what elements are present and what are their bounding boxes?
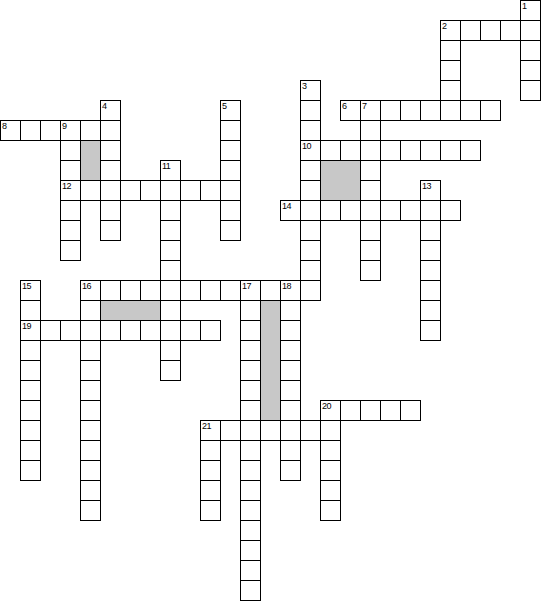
crossword-cell[interactable] — [300, 240, 321, 261]
crossword-cell[interactable] — [120, 280, 141, 301]
crossword-cell[interactable] — [20, 280, 41, 301]
crossword-cell[interactable] — [240, 380, 261, 401]
crossword-cell[interactable] — [20, 400, 41, 421]
crossword-cell[interactable] — [260, 420, 281, 441]
crossword-cell[interactable] — [140, 180, 161, 201]
crossword-cell[interactable] — [380, 140, 401, 161]
crossword-cell[interactable] — [340, 200, 361, 221]
crossword-cell[interactable] — [300, 260, 321, 281]
crossword-cell[interactable] — [280, 340, 301, 361]
crossword-cell[interactable] — [160, 200, 181, 221]
crossword-cell[interactable] — [420, 260, 441, 281]
crossword-cell[interactable] — [100, 140, 121, 161]
crossword-cell[interactable] — [160, 220, 181, 241]
crossword-cell[interactable] — [320, 200, 341, 221]
crossword-cell[interactable] — [340, 140, 361, 161]
crossword-cell[interactable] — [420, 100, 441, 121]
crossword-cell[interactable] — [240, 520, 261, 541]
crossword-cell[interactable] — [240, 560, 261, 581]
crossword-cell[interactable] — [80, 380, 101, 401]
crossword-cell[interactable] — [460, 140, 481, 161]
crossword-cell[interactable] — [300, 200, 321, 221]
crossword-cell[interactable] — [280, 380, 301, 401]
crossword-cell[interactable] — [100, 200, 121, 221]
crossword-cell[interactable] — [440, 40, 461, 61]
crossword-cell[interactable] — [280, 400, 301, 421]
crossword-cell[interactable] — [360, 120, 381, 141]
crossword-cell[interactable] — [80, 340, 101, 361]
crossword-cell[interactable] — [240, 300, 261, 321]
crossword-cell[interactable] — [380, 400, 401, 421]
crossword-cell[interactable] — [100, 100, 121, 121]
crossword-cell[interactable] — [200, 440, 221, 461]
crossword-cell[interactable] — [80, 480, 101, 501]
crossword-cell[interactable] — [160, 160, 181, 181]
shaded-cell-region[interactable] — [260, 300, 281, 421]
crossword-cell[interactable] — [520, 60, 541, 81]
crossword-cell[interactable] — [200, 320, 221, 341]
crossword-cell[interactable] — [260, 280, 281, 301]
crossword-cell[interactable] — [240, 320, 261, 341]
crossword-cell[interactable] — [120, 320, 141, 341]
crossword-cell[interactable] — [240, 360, 261, 381]
shaded-cell-region[interactable] — [320, 160, 361, 201]
crossword-cell[interactable] — [340, 400, 361, 421]
crossword-cell[interactable] — [20, 320, 41, 341]
crossword-cell[interactable] — [80, 460, 101, 481]
crossword-cell[interactable] — [420, 300, 441, 321]
crossword-cell[interactable] — [200, 480, 221, 501]
crossword-cell[interactable] — [220, 120, 241, 141]
crossword-cell[interactable] — [160, 260, 181, 281]
crossword-cell[interactable] — [380, 200, 401, 221]
crossword-cell[interactable] — [80, 360, 101, 381]
crossword-cell[interactable] — [60, 220, 81, 241]
crossword-cell[interactable] — [100, 120, 121, 141]
crossword-cell[interactable] — [200, 500, 221, 521]
crossword-cell[interactable] — [340, 100, 361, 121]
crossword-cell[interactable] — [240, 420, 261, 441]
crossword-cell[interactable] — [480, 20, 501, 41]
crossword-cell[interactable] — [440, 20, 461, 41]
crossword-cell[interactable] — [400, 400, 421, 421]
crossword-cell[interactable] — [300, 100, 321, 121]
crossword-cell[interactable] — [360, 100, 381, 121]
crossword-cell[interactable] — [320, 460, 341, 481]
crossword-cell[interactable] — [420, 320, 441, 341]
crossword-cell[interactable] — [300, 160, 321, 181]
crossword-cell[interactable] — [300, 220, 321, 241]
crossword-cell[interactable] — [20, 440, 41, 461]
crossword-cell[interactable] — [440, 100, 461, 121]
crossword-cell[interactable] — [200, 280, 221, 301]
crossword-cell[interactable] — [40, 320, 61, 341]
crossword-cell[interactable] — [240, 340, 261, 361]
crossword-cell[interactable] — [220, 280, 241, 301]
crossword-cell[interactable] — [320, 400, 341, 421]
crossword-cell[interactable] — [180, 180, 201, 201]
crossword-cell[interactable] — [140, 280, 161, 301]
crossword-cell[interactable] — [440, 200, 461, 221]
crossword-cell[interactable] — [520, 80, 541, 101]
crossword-cell[interactable] — [440, 60, 461, 81]
crossword-cell[interactable] — [280, 300, 301, 321]
crossword-cell[interactable] — [160, 320, 181, 341]
shaded-cell-region[interactable] — [80, 140, 101, 181]
crossword-cell[interactable] — [420, 280, 441, 301]
crossword-cell[interactable] — [80, 280, 101, 301]
crossword-cell[interactable] — [300, 80, 321, 101]
crossword-cell[interactable] — [280, 420, 301, 441]
crossword-cell[interactable] — [20, 340, 41, 361]
crossword-cell[interactable] — [520, 0, 541, 21]
crossword-cell[interactable] — [420, 180, 441, 201]
crossword-cell[interactable] — [420, 200, 441, 221]
crossword-cell[interactable] — [300, 280, 321, 301]
crossword-cell[interactable] — [380, 100, 401, 121]
crossword-cell[interactable] — [360, 240, 381, 261]
crossword-cell[interactable] — [60, 200, 81, 221]
crossword-cell[interactable] — [180, 320, 201, 341]
crossword-cell[interactable] — [280, 200, 301, 221]
crossword-cell[interactable] — [60, 120, 81, 141]
crossword-cell[interactable] — [300, 140, 321, 161]
crossword-cell[interactable] — [240, 460, 261, 481]
crossword-cell[interactable] — [120, 180, 141, 201]
crossword-cell[interactable] — [80, 120, 101, 141]
crossword-cell[interactable] — [360, 140, 381, 161]
crossword-cell[interactable] — [80, 440, 101, 461]
crossword-cell[interactable] — [140, 320, 161, 341]
crossword-cell[interactable] — [360, 160, 381, 181]
crossword-cell[interactable] — [280, 440, 301, 461]
shaded-cell-region[interactable] — [100, 300, 161, 321]
crossword-cell[interactable] — [220, 420, 241, 441]
crossword-cell[interactable] — [100, 320, 121, 341]
crossword-cell[interactable] — [80, 300, 101, 321]
crossword-cell[interactable] — [20, 360, 41, 381]
crossword-cell[interactable] — [60, 180, 81, 201]
crossword-cell[interactable] — [240, 540, 261, 561]
crossword-cell[interactable] — [220, 180, 241, 201]
crossword-cell[interactable] — [400, 200, 421, 221]
crossword-cell[interactable] — [100, 180, 121, 201]
crossword-cell[interactable] — [520, 40, 541, 61]
crossword-cell[interactable] — [20, 120, 41, 141]
crossword-cell[interactable] — [80, 420, 101, 441]
crossword-cell[interactable] — [280, 280, 301, 301]
crossword-cell[interactable] — [320, 500, 341, 521]
crossword-cell[interactable] — [320, 480, 341, 501]
crossword-cell[interactable] — [40, 120, 61, 141]
crossword-cell[interactable] — [220, 160, 241, 181]
crossword-cell[interactable] — [100, 160, 121, 181]
crossword-cell[interactable] — [240, 400, 261, 421]
crossword-cell[interactable] — [180, 280, 201, 301]
crossword-cell[interactable] — [20, 300, 41, 321]
crossword-cell[interactable] — [360, 400, 381, 421]
crossword-board: 123456789101112131415161718192021 — [0, 0, 541, 601]
crossword-cell[interactable] — [240, 580, 261, 601]
crossword-cell[interactable] — [60, 160, 81, 181]
crossword-cell[interactable] — [80, 500, 101, 521]
crossword-cell[interactable] — [100, 220, 121, 241]
crossword-cell[interactable] — [60, 240, 81, 261]
crossword-cell[interactable] — [280, 360, 301, 381]
crossword-cell[interactable] — [360, 200, 381, 221]
crossword-cell[interactable] — [240, 280, 261, 301]
crossword-cell[interactable] — [320, 440, 341, 461]
crossword-cell[interactable] — [220, 100, 241, 121]
crossword-cell[interactable] — [160, 240, 181, 261]
crossword-cell[interactable] — [160, 340, 181, 361]
crossword-cell[interactable] — [20, 420, 41, 441]
crossword-cell[interactable] — [300, 120, 321, 141]
crossword-cell[interactable] — [360, 260, 381, 281]
crossword-cell[interactable] — [240, 480, 261, 501]
crossword-cell[interactable] — [240, 440, 261, 461]
crossword-cell[interactable] — [280, 460, 301, 481]
crossword-cell[interactable] — [80, 400, 101, 421]
crossword-cell[interactable] — [220, 200, 241, 221]
crossword-cell[interactable] — [0, 120, 21, 141]
crossword-cell[interactable] — [220, 220, 241, 241]
crossword-cell[interactable] — [520, 20, 541, 41]
crossword-cell[interactable] — [20, 460, 41, 481]
crossword-cell[interactable] — [480, 100, 501, 121]
crossword-cell[interactable] — [420, 240, 441, 261]
crossword-cell[interactable] — [300, 420, 321, 441]
crossword-cell[interactable] — [360, 180, 381, 201]
crossword-cell[interactable] — [60, 140, 81, 161]
crossword-cell[interactable] — [200, 180, 221, 201]
crossword-cell[interactable] — [220, 140, 241, 161]
crossword-cell[interactable] — [20, 380, 41, 401]
crossword-cell[interactable] — [280, 320, 301, 341]
crossword-cell[interactable] — [400, 140, 421, 161]
crossword-cell[interactable] — [160, 300, 181, 321]
crossword-cell[interactable] — [80, 320, 101, 341]
crossword-cell[interactable] — [400, 100, 421, 121]
crossword-cell[interactable] — [320, 420, 341, 441]
crossword-cell[interactable] — [80, 180, 101, 201]
crossword-cell[interactable] — [160, 360, 181, 381]
crossword-cell[interactable] — [300, 180, 321, 201]
crossword-cell[interactable] — [360, 220, 381, 241]
crossword-cell[interactable] — [200, 420, 221, 441]
crossword-cell[interactable] — [420, 140, 441, 161]
crossword-cell[interactable] — [440, 80, 461, 101]
crossword-cell[interactable] — [60, 320, 81, 341]
crossword-cell[interactable] — [320, 140, 341, 161]
crossword-cell[interactable] — [440, 140, 461, 161]
crossword-cell[interactable] — [200, 460, 221, 481]
crossword-cell[interactable] — [420, 220, 441, 241]
crossword-cell[interactable] — [500, 20, 521, 41]
crossword-cell[interactable] — [160, 180, 181, 201]
crossword-cell[interactable] — [100, 280, 121, 301]
crossword-cell[interactable] — [240, 500, 261, 521]
crossword-cell[interactable] — [460, 100, 481, 121]
crossword-cell[interactable] — [460, 20, 481, 41]
crossword-cell[interactable] — [160, 280, 181, 301]
